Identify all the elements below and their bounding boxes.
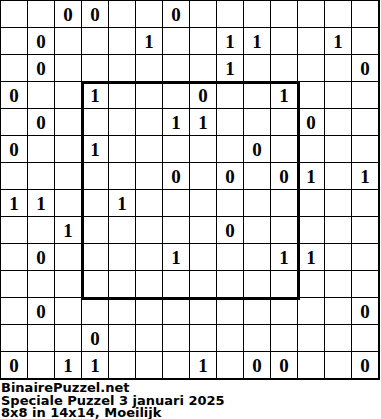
- cell-r14c9[interactable]: [217, 352, 244, 379]
- cell-r2c7[interactable]: [163, 28, 190, 55]
- cell-r7c7: 0: [163, 163, 190, 190]
- cell-r9c11[interactable]: [271, 217, 298, 244]
- cell-r7c6[interactable]: [136, 163, 163, 190]
- cell-r9c10[interactable]: [244, 217, 271, 244]
- cell-r8c8[interactable]: [190, 190, 217, 217]
- cell-r11c4[interactable]: [82, 271, 109, 298]
- cell-r4c10[interactable]: [244, 82, 271, 109]
- cell-r3c8[interactable]: [190, 55, 217, 82]
- cell-r12c14: 0: [352, 298, 379, 325]
- cell-r11c6[interactable]: [136, 271, 163, 298]
- cell-r1c14[interactable]: [352, 1, 379, 28]
- cell-r6c2[interactable]: [28, 136, 55, 163]
- cell-r9c2[interactable]: [28, 217, 55, 244]
- cell-r3c10[interactable]: [244, 55, 271, 82]
- cell-r13c5[interactable]: [109, 325, 136, 352]
- cell-r8c7[interactable]: [163, 190, 190, 217]
- cell-r6c9[interactable]: [217, 136, 244, 163]
- cell-r14c12[interactable]: [298, 352, 325, 379]
- cell-r9c6[interactable]: [136, 217, 163, 244]
- cell-r4c12[interactable]: [298, 82, 325, 109]
- cell-r3c5[interactable]: [109, 55, 136, 82]
- cell-r4c5[interactable]: [109, 82, 136, 109]
- cell-r9c9: 0: [217, 217, 244, 244]
- cell-r12c4[interactable]: [82, 298, 109, 325]
- cell-r5c5[interactable]: [109, 109, 136, 136]
- cell-r6c7[interactable]: [163, 136, 190, 163]
- cell-r12c13[interactable]: [325, 298, 352, 325]
- footer-puzzle-spec: 8x8 in 14x14, Moeilijk: [1, 407, 381, 419]
- cell-r10c14[interactable]: [352, 244, 379, 271]
- cell-r7c3[interactable]: [55, 163, 82, 190]
- cell-r8c1: 1: [1, 190, 28, 217]
- cell-r7c12: 1: [298, 163, 325, 190]
- cell-r6c3[interactable]: [55, 136, 82, 163]
- cell-r8c13[interactable]: [325, 190, 352, 217]
- cell-r5c6[interactable]: [136, 109, 163, 136]
- cell-r6c6[interactable]: [136, 136, 163, 163]
- cell-r7c11: 0: [271, 163, 298, 190]
- cell-r2c5[interactable]: [109, 28, 136, 55]
- cell-r3c7[interactable]: [163, 55, 190, 82]
- cell-r13c4: 0: [82, 325, 109, 352]
- cell-r7c2[interactable]: [28, 163, 55, 190]
- cell-r7c9: 0: [217, 163, 244, 190]
- cell-r14c2[interactable]: [28, 352, 55, 379]
- cell-r6c4: 1: [82, 136, 109, 163]
- cell-r4c14[interactable]: [352, 82, 379, 109]
- cell-r10c10[interactable]: [244, 244, 271, 271]
- cell-r14c8: 1: [190, 352, 217, 379]
- cell-r8c3[interactable]: [55, 190, 82, 217]
- cell-r8c6[interactable]: [136, 190, 163, 217]
- cell-r9c1[interactable]: [1, 217, 28, 244]
- cell-r2c11[interactable]: [271, 28, 298, 55]
- cell-r11c10[interactable]: [244, 271, 271, 298]
- cell-r13c1[interactable]: [1, 325, 28, 352]
- cell-r13c2[interactable]: [28, 325, 55, 352]
- cell-r4c13[interactable]: [325, 82, 352, 109]
- cell-r5c9[interactable]: [217, 109, 244, 136]
- cell-r12c2: 0: [28, 298, 55, 325]
- cell-r13c14[interactable]: [352, 325, 379, 352]
- cell-r3c6[interactable]: [136, 55, 163, 82]
- cell-r1c13[interactable]: [325, 1, 352, 28]
- cell-r12c6[interactable]: [136, 298, 163, 325]
- cell-r12c7[interactable]: [163, 298, 190, 325]
- cell-r13c13[interactable]: [325, 325, 352, 352]
- cell-r11c7[interactable]: [163, 271, 190, 298]
- cell-r9c3: 1: [55, 217, 82, 244]
- cell-r10c12: 1: [298, 244, 325, 271]
- cell-r10c11: 1: [271, 244, 298, 271]
- cell-r13c8[interactable]: [190, 325, 217, 352]
- cell-r6c1: 0: [1, 136, 28, 163]
- cell-r1c11[interactable]: [271, 1, 298, 28]
- cell-r2c9: 1: [217, 28, 244, 55]
- cell-r1c3: 0: [55, 1, 82, 28]
- cell-r14c3: 1: [55, 352, 82, 379]
- cell-r8c4[interactable]: [82, 190, 109, 217]
- cell-r5c8: 1: [190, 109, 217, 136]
- cell-r6c10: 0: [244, 136, 271, 163]
- cell-r3c9: 1: [217, 55, 244, 82]
- cell-r14c6[interactable]: [136, 352, 163, 379]
- cell-r6c8[interactable]: [190, 136, 217, 163]
- cell-r12c11[interactable]: [271, 298, 298, 325]
- cell-r12c5[interactable]: [109, 298, 136, 325]
- cell-r5c11[interactable]: [271, 109, 298, 136]
- cell-r8c11[interactable]: [271, 190, 298, 217]
- cell-r2c2: 0: [28, 28, 55, 55]
- cell-r11c9[interactable]: [217, 271, 244, 298]
- cell-r4c8: 0: [190, 82, 217, 109]
- cell-r1c2[interactable]: [28, 1, 55, 28]
- cell-r6c14[interactable]: [352, 136, 379, 163]
- cell-r2c6: 1: [136, 28, 163, 55]
- cell-r5c4[interactable]: [82, 109, 109, 136]
- cell-r10c13[interactable]: [325, 244, 352, 271]
- cell-r12c12[interactable]: [298, 298, 325, 325]
- cell-r10c6[interactable]: [136, 244, 163, 271]
- cell-r7c5[interactable]: [109, 163, 136, 190]
- cell-r1c1[interactable]: [1, 1, 28, 28]
- cell-r5c14[interactable]: [352, 109, 379, 136]
- cell-r8c9[interactable]: [217, 190, 244, 217]
- cell-r5c1[interactable]: [1, 109, 28, 136]
- cell-r14c7[interactable]: [163, 352, 190, 379]
- cell-r11c13[interactable]: [325, 271, 352, 298]
- cell-r12c1[interactable]: [1, 298, 28, 325]
- cell-r1c6[interactable]: [136, 1, 163, 28]
- cell-r14c14: 0: [352, 352, 379, 379]
- cell-r14c13[interactable]: [325, 352, 352, 379]
- cell-r13c10[interactable]: [244, 325, 271, 352]
- cell-r5c12: 0: [298, 109, 325, 136]
- cell-r9c5[interactable]: [109, 217, 136, 244]
- cell-r12c9[interactable]: [217, 298, 244, 325]
- cell-r7c10[interactable]: [244, 163, 271, 190]
- cell-r2c8[interactable]: [190, 28, 217, 55]
- cell-r14c10: 0: [244, 352, 271, 379]
- cell-r11c2[interactable]: [28, 271, 55, 298]
- cell-r4c6[interactable]: [136, 82, 163, 109]
- cell-r10c5[interactable]: [109, 244, 136, 271]
- cell-r6c11[interactable]: [271, 136, 298, 163]
- cell-r14c5[interactable]: [109, 352, 136, 379]
- cell-r4c2[interactable]: [28, 82, 55, 109]
- cell-r11c8[interactable]: [190, 271, 217, 298]
- cell-r11c3[interactable]: [55, 271, 82, 298]
- cell-r3c14: 0: [352, 55, 379, 82]
- cell-r10c2: 0: [28, 244, 55, 271]
- cell-r1c8[interactable]: [190, 1, 217, 28]
- cell-r6c12[interactable]: [298, 136, 325, 163]
- cell-r3c11[interactable]: [271, 55, 298, 82]
- cell-r8c14[interactable]: [352, 190, 379, 217]
- cell-r3c4[interactable]: [82, 55, 109, 82]
- cell-r9c14[interactable]: [352, 217, 379, 244]
- cell-r10c9[interactable]: [217, 244, 244, 271]
- cell-r12c8[interactable]: [190, 298, 217, 325]
- cell-r8c12[interactable]: [298, 190, 325, 217]
- cell-r5c7: 1: [163, 109, 190, 136]
- cell-r13c11[interactable]: [271, 325, 298, 352]
- cell-r9c13[interactable]: [325, 217, 352, 244]
- cell-r8c2: 1: [28, 190, 55, 217]
- cell-r5c13[interactable]: [325, 109, 352, 136]
- cell-r10c4[interactable]: [82, 244, 109, 271]
- cell-r11c5[interactable]: [109, 271, 136, 298]
- cell-r14c1: 0: [1, 352, 28, 379]
- cell-r9c12[interactable]: [298, 217, 325, 244]
- cell-r7c4[interactable]: [82, 163, 109, 190]
- cell-r10c7: 1: [163, 244, 190, 271]
- cell-r3c2: 0: [28, 55, 55, 82]
- cell-r8c5: 1: [109, 190, 136, 217]
- cell-r10c3[interactable]: [55, 244, 82, 271]
- cell-r7c1[interactable]: [1, 163, 28, 190]
- footer: BinairePuzzel.net Speciale Puzzel 3 janu…: [0, 380, 381, 419]
- cell-r3c1[interactable]: [1, 55, 28, 82]
- cell-r4c9[interactable]: [217, 82, 244, 109]
- cell-r10c1[interactable]: [1, 244, 28, 271]
- cell-r5c10[interactable]: [244, 109, 271, 136]
- cell-r7c13[interactable]: [325, 163, 352, 190]
- cell-r2c3[interactable]: [55, 28, 82, 55]
- cell-r9c7[interactable]: [163, 217, 190, 244]
- cell-r14c11: 0: [271, 352, 298, 379]
- cell-r8c10[interactable]: [244, 190, 271, 217]
- cell-r11c11[interactable]: [271, 271, 298, 298]
- cell-r11c1[interactable]: [1, 271, 28, 298]
- cell-r11c14[interactable]: [352, 271, 379, 298]
- cell-r12c3[interactable]: [55, 298, 82, 325]
- cell-r4c7[interactable]: [163, 82, 190, 109]
- cell-r2c12[interactable]: [298, 28, 325, 55]
- cell-r2c14[interactable]: [352, 28, 379, 55]
- cell-r7c8[interactable]: [190, 163, 217, 190]
- puzzle-board: 0000111101001010110010000111111001110000…: [0, 0, 380, 380]
- cell-r9c4[interactable]: [82, 217, 109, 244]
- cell-r13c3[interactable]: [55, 325, 82, 352]
- cell-r4c11: 1: [271, 82, 298, 109]
- cell-r1c5[interactable]: [109, 1, 136, 28]
- cell-r1c4: 0: [82, 1, 109, 28]
- cell-r4c3[interactable]: [55, 82, 82, 109]
- cell-r2c10: 1: [244, 28, 271, 55]
- cell-r6c5[interactable]: [109, 136, 136, 163]
- cell-r5c3[interactable]: [55, 109, 82, 136]
- cell-r11c12[interactable]: [298, 271, 325, 298]
- cell-r2c1[interactable]: [1, 28, 28, 55]
- cell-r13c9[interactable]: [217, 325, 244, 352]
- puzzle-grid: 0000111101001010110010000111111001110000…: [0, 0, 380, 380]
- cell-r3c3[interactable]: [55, 55, 82, 82]
- cell-r14c4: 1: [82, 352, 109, 379]
- cell-r13c12[interactable]: [298, 325, 325, 352]
- cell-r2c13: 1: [325, 28, 352, 55]
- cell-r12c10[interactable]: [244, 298, 271, 325]
- cell-r13c7[interactable]: [163, 325, 190, 352]
- cell-r1c12[interactable]: [298, 1, 325, 28]
- cell-r4c4: 1: [82, 82, 109, 109]
- cell-r6c13[interactable]: [325, 136, 352, 163]
- cell-r3c13[interactable]: [325, 55, 352, 82]
- cell-r9c8[interactable]: [190, 217, 217, 244]
- cell-r10c8[interactable]: [190, 244, 217, 271]
- cell-r2c4[interactable]: [82, 28, 109, 55]
- cell-r5c2: 0: [28, 109, 55, 136]
- cell-r13c6[interactable]: [136, 325, 163, 352]
- cell-r1c7: 0: [163, 1, 190, 28]
- cell-r3c12[interactable]: [298, 55, 325, 82]
- cell-r7c14: 1: [352, 163, 379, 190]
- cell-r1c9[interactable]: [217, 1, 244, 28]
- cell-r4c1: 0: [1, 82, 28, 109]
- cell-r1c10[interactable]: [244, 1, 271, 28]
